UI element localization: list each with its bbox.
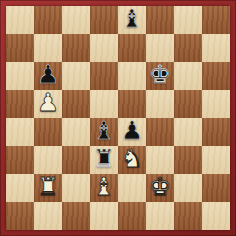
square-f5[interactable] [146,90,174,118]
black-king-icon: ♚ [149,61,171,89]
square-d3[interactable]: ♜ [90,146,118,174]
square-c6[interactable] [62,62,90,90]
square-g2[interactable] [174,174,202,202]
square-a5[interactable] [6,90,34,118]
square-h7[interactable] [202,34,230,62]
square-g1[interactable] [174,202,202,230]
square-g4[interactable] [174,118,202,146]
black-pawn-icon: ♟ [121,117,143,145]
square-a7[interactable] [6,34,34,62]
square-b1[interactable] [34,202,62,230]
square-g5[interactable] [174,90,202,118]
square-h4[interactable] [202,118,230,146]
square-c4[interactable] [62,118,90,146]
square-g8[interactable] [174,6,202,34]
square-e7[interactable] [118,34,146,62]
square-d1[interactable] [90,202,118,230]
square-b2[interactable]: ♜ [34,174,62,202]
square-b7[interactable] [34,34,62,62]
square-f8[interactable] [146,6,174,34]
square-a8[interactable] [6,6,34,34]
square-f1[interactable] [146,202,174,230]
square-b6[interactable]: ♟ [34,62,62,90]
square-a2[interactable] [6,174,34,202]
square-d8[interactable] [90,6,118,34]
white-knight-icon: ♞ [121,145,143,173]
square-e3[interactable]: ♞ [118,146,146,174]
square-e6[interactable] [118,62,146,90]
square-b3[interactable] [34,146,62,174]
square-d5[interactable] [90,90,118,118]
square-g3[interactable] [174,146,202,174]
square-c5[interactable] [62,90,90,118]
square-e5[interactable] [118,90,146,118]
square-e2[interactable] [118,174,146,202]
square-d4[interactable]: ♝ [90,118,118,146]
black-pawn-icon: ♟ [37,61,59,89]
square-f6[interactable]: ♚ [146,62,174,90]
square-e4[interactable]: ♟ [118,118,146,146]
square-c3[interactable] [62,146,90,174]
square-h5[interactable] [202,90,230,118]
square-c1[interactable] [62,202,90,230]
square-h8[interactable] [202,6,230,34]
black-bishop-icon: ♝ [121,5,143,33]
square-d7[interactable] [90,34,118,62]
black-bishop-icon: ♝ [93,117,115,145]
board-frame: ♝♟♚♟♝♟♜♞♜♝♚ [0,0,236,236]
square-a6[interactable] [6,62,34,90]
square-c8[interactable] [62,6,90,34]
square-d6[interactable] [90,62,118,90]
square-h3[interactable] [202,146,230,174]
square-a1[interactable] [6,202,34,230]
black-rook-icon: ♜ [93,145,115,173]
square-b4[interactable] [34,118,62,146]
square-f3[interactable] [146,146,174,174]
white-king-icon: ♚ [149,173,171,201]
square-h2[interactable] [202,174,230,202]
square-f2[interactable]: ♚ [146,174,174,202]
square-b8[interactable] [34,6,62,34]
square-c2[interactable] [62,174,90,202]
white-rook-icon: ♜ [37,173,59,201]
square-f7[interactable] [146,34,174,62]
square-e1[interactable] [118,202,146,230]
square-f4[interactable] [146,118,174,146]
chess-board: ♝♟♚♟♝♟♜♞♜♝♚ [6,6,230,230]
square-h1[interactable] [202,202,230,230]
square-c7[interactable] [62,34,90,62]
square-a4[interactable] [6,118,34,146]
square-e8[interactable]: ♝ [118,6,146,34]
square-g6[interactable] [174,62,202,90]
square-a3[interactable] [6,146,34,174]
white-bishop-icon: ♝ [93,173,115,201]
square-b5[interactable]: ♟ [34,90,62,118]
white-pawn-icon: ♟ [37,89,59,117]
square-h6[interactable] [202,62,230,90]
square-d2[interactable]: ♝ [90,174,118,202]
square-g7[interactable] [174,34,202,62]
